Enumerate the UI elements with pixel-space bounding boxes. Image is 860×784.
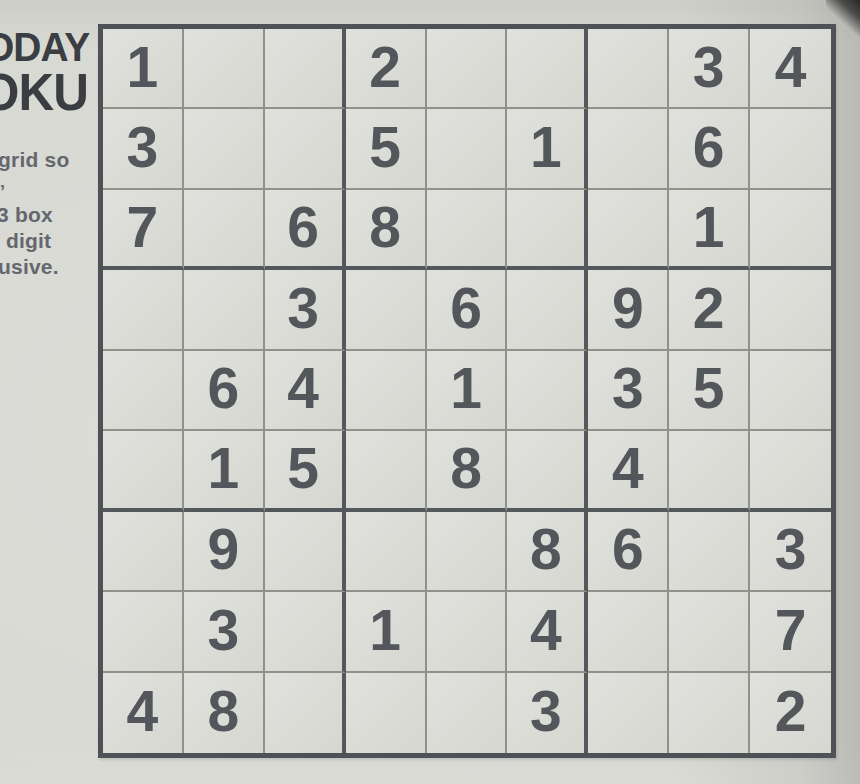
photo-corner-shadow (826, 0, 860, 36)
cell-r6c7: 4 (588, 431, 669, 511)
given-digit: 5 (287, 440, 319, 497)
cell-r8c5 (427, 592, 508, 672)
cell-r2c2 (184, 109, 265, 189)
cell-r7c6: 8 (507, 512, 588, 592)
cell-r1c4: 2 (346, 29, 427, 109)
given-digit: 6 (693, 119, 725, 176)
given-digit: 9 (207, 521, 239, 578)
given-digit: 2 (369, 39, 401, 96)
cell-r8c4: 1 (346, 592, 427, 672)
cell-r9c6: 3 (507, 673, 588, 753)
given-digit: 2 (775, 683, 807, 740)
given-digit: 3 (612, 360, 644, 417)
sudoku-grid: 1234351676813692641351584986331474832 (98, 24, 836, 758)
instruction-fragment-3-box: 3 box (0, 203, 53, 227)
cell-r8c2: 3 (184, 592, 265, 672)
cell-r6c8 (669, 431, 750, 511)
given-digit: 7 (127, 199, 159, 256)
cell-r6c2: 1 (184, 431, 265, 511)
cell-r2c6: 1 (507, 109, 588, 189)
cell-r1c2 (184, 29, 265, 109)
cell-r8c9: 7 (750, 592, 831, 672)
given-digit: 2 (693, 280, 725, 337)
masthead-fragment-sudoku: OKU (0, 62, 88, 122)
cell-r6c9 (750, 431, 831, 511)
given-digit: 1 (693, 199, 725, 256)
instruction-fragment-digit: digit (6, 229, 51, 253)
cell-r9c2: 8 (184, 673, 265, 753)
given-digit: 6 (287, 199, 319, 256)
cell-r9c3 (265, 673, 346, 753)
cell-r8c6: 4 (507, 592, 588, 672)
cell-r2c1: 3 (103, 109, 184, 189)
cell-r8c7 (588, 592, 669, 672)
cell-r2c8: 6 (669, 109, 750, 189)
cell-r5c2: 6 (184, 351, 265, 431)
cell-r6c1 (103, 431, 184, 511)
cell-r7c8 (669, 512, 750, 592)
cell-r4c8: 2 (669, 270, 750, 350)
cell-r9c8 (669, 673, 750, 753)
cell-r6c6 (507, 431, 588, 511)
cell-r3c9 (750, 190, 831, 270)
cell-r4c7: 9 (588, 270, 669, 350)
given-digit: 4 (127, 683, 159, 740)
cell-r3c6 (507, 190, 588, 270)
given-digit: 5 (369, 119, 401, 176)
given-digit: 6 (207, 360, 239, 417)
given-digit: 1 (127, 39, 159, 96)
cell-r4c3: 3 (265, 270, 346, 350)
cell-r2c5 (427, 109, 508, 189)
given-digit: 3 (207, 602, 239, 659)
given-digit: 4 (775, 39, 807, 96)
cell-r5c3: 4 (265, 351, 346, 431)
cell-r7c7: 6 (588, 512, 669, 592)
cell-r2c9 (750, 109, 831, 189)
instruction-stray-mark: ’ (0, 182, 5, 203)
cell-r5c9 (750, 351, 831, 431)
given-digit: 3 (530, 683, 562, 740)
cell-r4c2 (184, 270, 265, 350)
given-digit: 9 (612, 280, 644, 337)
given-digit: 8 (530, 521, 562, 578)
cell-r7c9: 3 (750, 512, 831, 592)
given-digit: 3 (287, 280, 319, 337)
cell-r5c8: 5 (669, 351, 750, 431)
given-digit: 1 (207, 440, 239, 497)
cell-r8c8 (669, 592, 750, 672)
cell-r2c7 (588, 109, 669, 189)
given-digit: 3 (127, 119, 159, 176)
cell-r5c7: 3 (588, 351, 669, 431)
given-digit: 1 (450, 360, 482, 417)
cell-r1c7 (588, 29, 669, 109)
cell-r3c2 (184, 190, 265, 270)
cell-r3c1: 7 (103, 190, 184, 270)
instruction-fragment-grid-so: grid so (0, 148, 69, 172)
given-digit: 6 (450, 280, 482, 337)
cell-r5c5: 1 (427, 351, 508, 431)
given-digit: 3 (693, 39, 725, 96)
cell-r4c9 (750, 270, 831, 350)
cell-r9c1: 4 (103, 673, 184, 753)
cell-r3c5 (427, 190, 508, 270)
given-digit: 4 (530, 602, 562, 659)
cell-r2c4: 5 (346, 109, 427, 189)
instruction-fragment-usive: usive. (0, 255, 59, 279)
cell-r1c1: 1 (103, 29, 184, 109)
cell-r7c3 (265, 512, 346, 592)
cell-r9c4 (346, 673, 427, 753)
given-digit: 8 (207, 683, 239, 740)
cell-r7c2: 9 (184, 512, 265, 592)
cell-r6c4 (346, 431, 427, 511)
cell-r7c4 (346, 512, 427, 592)
cell-r1c8: 3 (669, 29, 750, 109)
left-margin-clipped-text: ODAY OKU grid so ’ 3 box digit usive. (0, 0, 96, 784)
cell-r4c6 (507, 270, 588, 350)
cell-r9c9: 2 (750, 673, 831, 753)
cell-r5c1 (103, 351, 184, 431)
cell-r4c1 (103, 270, 184, 350)
given-digit: 8 (369, 199, 401, 256)
cell-r5c4 (346, 351, 427, 431)
given-digit: 1 (369, 602, 401, 659)
cell-r1c3 (265, 29, 346, 109)
given-digit: 3 (775, 521, 807, 578)
cell-r3c7 (588, 190, 669, 270)
given-digit: 6 (612, 521, 644, 578)
cell-r1c5 (427, 29, 508, 109)
cell-r4c4 (346, 270, 427, 350)
cell-r6c5: 8 (427, 431, 508, 511)
cell-r8c3 (265, 592, 346, 672)
cell-r3c4: 8 (346, 190, 427, 270)
given-digit: 4 (287, 360, 319, 417)
cell-r4c5: 6 (427, 270, 508, 350)
cell-r3c8: 1 (669, 190, 750, 270)
cell-r1c6 (507, 29, 588, 109)
cell-r7c1 (103, 512, 184, 592)
cell-r1c9: 4 (750, 29, 831, 109)
cell-r8c1 (103, 592, 184, 672)
cell-r5c6 (507, 351, 588, 431)
given-digit: 4 (612, 440, 644, 497)
given-digit: 8 (450, 440, 482, 497)
given-digit: 7 (775, 602, 807, 659)
cell-r3c3: 6 (265, 190, 346, 270)
cell-r9c7 (588, 673, 669, 753)
given-digit: 1 (530, 119, 562, 176)
cell-r9c5 (427, 673, 508, 753)
given-digit: 5 (693, 360, 725, 417)
cell-r7c5 (427, 512, 508, 592)
cell-r2c3 (265, 109, 346, 189)
cell-r6c3: 5 (265, 431, 346, 511)
